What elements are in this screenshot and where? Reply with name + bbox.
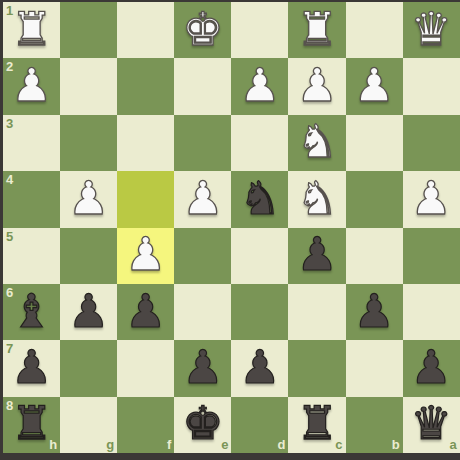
piece-white-pawn-icon[interactable]: ♟ (288, 58, 345, 114)
square-e6[interactable] (174, 284, 231, 340)
piece-white-pawn-icon[interactable]: ♟ (117, 228, 174, 284)
square-h5[interactable]: 5 (3, 228, 60, 284)
square-h8[interactable]: 8h♜ (3, 397, 60, 453)
rank-label-4: 4 (6, 172, 13, 187)
square-g4[interactable]: ♟ (60, 171, 117, 227)
piece-black-pawn-icon[interactable]: ♟ (174, 340, 231, 396)
square-b4[interactable] (346, 171, 403, 227)
square-d5[interactable] (231, 228, 288, 284)
piece-white-pawn-icon[interactable]: ♟ (3, 58, 60, 114)
square-c1[interactable]: ♜ (288, 2, 345, 58)
square-g5[interactable] (60, 228, 117, 284)
piece-black-pawn-icon[interactable]: ♟ (403, 340, 460, 396)
square-e2[interactable] (174, 58, 231, 114)
square-b7[interactable] (346, 340, 403, 396)
square-a6[interactable] (403, 284, 460, 340)
square-a7[interactable]: ♟ (403, 340, 460, 396)
chess-board: 1♜♚♜♛2♟♟♟♟3♞4♟♟♞♞♟5♟♟6♝♟♟♟7♟♟♟♟8h♜gfe♚dc… (3, 2, 460, 453)
piece-white-pawn-icon[interactable]: ♟ (174, 171, 231, 227)
file-label-b: b (392, 437, 400, 452)
file-label-d: d (278, 437, 286, 452)
square-g6[interactable]: ♟ (60, 284, 117, 340)
square-b6[interactable]: ♟ (346, 284, 403, 340)
piece-black-pawn-icon[interactable]: ♟ (231, 340, 288, 396)
square-d1[interactable] (231, 2, 288, 58)
square-c8[interactable]: c♜ (288, 397, 345, 453)
piece-white-rook-icon[interactable]: ♜ (3, 2, 60, 58)
square-d4[interactable]: ♞ (231, 171, 288, 227)
square-a5[interactable] (403, 228, 460, 284)
square-f6[interactable]: ♟ (117, 284, 174, 340)
rank-label-3: 3 (6, 116, 13, 131)
square-h2[interactable]: 2♟ (3, 58, 60, 114)
square-e4[interactable]: ♟ (174, 171, 231, 227)
square-b2[interactable]: ♟ (346, 58, 403, 114)
piece-black-rook-icon[interactable]: ♜ (288, 397, 345, 453)
square-e8[interactable]: e♚ (174, 397, 231, 453)
rank-label-5: 5 (6, 229, 13, 244)
square-h3[interactable]: 3 (3, 115, 60, 171)
square-g1[interactable] (60, 2, 117, 58)
piece-black-pawn-icon[interactable]: ♟ (3, 340, 60, 396)
piece-black-queen-icon[interactable]: ♛ (403, 397, 460, 453)
square-c3[interactable]: ♞ (288, 115, 345, 171)
file-label-f: f (167, 437, 171, 452)
square-e3[interactable] (174, 115, 231, 171)
piece-black-king-icon[interactable]: ♚ (174, 397, 231, 453)
square-h6[interactable]: 6♝ (3, 284, 60, 340)
square-f7[interactable] (117, 340, 174, 396)
square-g8[interactable]: g (60, 397, 117, 453)
square-g7[interactable] (60, 340, 117, 396)
piece-white-queen-icon[interactable]: ♛ (403, 2, 460, 58)
square-h7[interactable]: 7♟ (3, 340, 60, 396)
piece-white-pawn-icon[interactable]: ♟ (60, 171, 117, 227)
piece-white-pawn-icon[interactable]: ♟ (346, 58, 403, 114)
square-h4[interactable]: 4 (3, 171, 60, 227)
piece-black-pawn-icon[interactable]: ♟ (288, 228, 345, 284)
square-b3[interactable] (346, 115, 403, 171)
piece-black-pawn-icon[interactable]: ♟ (60, 284, 117, 340)
square-g2[interactable] (60, 58, 117, 114)
square-f3[interactable] (117, 115, 174, 171)
square-d6[interactable] (231, 284, 288, 340)
piece-white-pawn-icon[interactable]: ♟ (403, 171, 460, 227)
piece-white-rook-icon[interactable]: ♜ (288, 2, 345, 58)
piece-black-rook-icon[interactable]: ♜ (3, 397, 60, 453)
piece-black-bishop-icon[interactable]: ♝ (3, 284, 60, 340)
square-h1[interactable]: 1♜ (3, 2, 60, 58)
square-d3[interactable] (231, 115, 288, 171)
square-c7[interactable] (288, 340, 345, 396)
file-label-g: g (106, 437, 114, 452)
piece-white-pawn-icon[interactable]: ♟ (231, 58, 288, 114)
square-b1[interactable] (346, 2, 403, 58)
square-c2[interactable]: ♟ (288, 58, 345, 114)
piece-black-pawn-icon[interactable]: ♟ (117, 284, 174, 340)
square-f1[interactable] (117, 2, 174, 58)
square-e7[interactable]: ♟ (174, 340, 231, 396)
square-f8[interactable]: f (117, 397, 174, 453)
square-d2[interactable]: ♟ (231, 58, 288, 114)
piece-white-knight-icon[interactable]: ♞ (288, 171, 345, 227)
square-b8[interactable]: b (346, 397, 403, 453)
piece-white-king-icon[interactable]: ♚ (174, 2, 231, 58)
square-a3[interactable] (403, 115, 460, 171)
piece-black-pawn-icon[interactable]: ♟ (346, 284, 403, 340)
square-c5[interactable]: ♟ (288, 228, 345, 284)
square-e5[interactable] (174, 228, 231, 284)
piece-white-knight-icon[interactable]: ♞ (288, 115, 345, 171)
square-f4[interactable] (117, 171, 174, 227)
piece-black-knight-icon[interactable]: ♞ (231, 171, 288, 227)
square-g3[interactable] (60, 115, 117, 171)
square-a8[interactable]: a♛ (403, 397, 460, 453)
square-f2[interactable] (117, 58, 174, 114)
square-d7[interactable]: ♟ (231, 340, 288, 396)
square-b5[interactable] (346, 228, 403, 284)
square-c6[interactable] (288, 284, 345, 340)
square-a4[interactable]: ♟ (403, 171, 460, 227)
square-f5[interactable]: ♟ (117, 228, 174, 284)
square-a1[interactable]: ♛ (403, 2, 460, 58)
square-e1[interactable]: ♚ (174, 2, 231, 58)
square-d8[interactable]: d (231, 397, 288, 453)
square-a2[interactable] (403, 58, 460, 114)
square-c4[interactable]: ♞ (288, 171, 345, 227)
